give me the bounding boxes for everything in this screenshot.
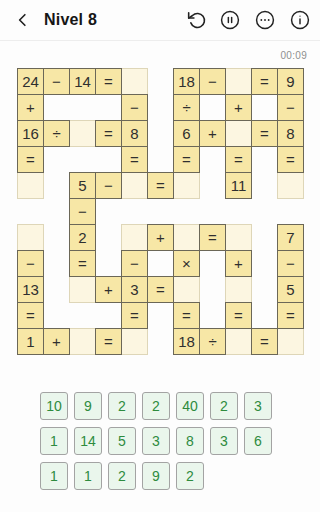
given-cell-r1c10: − — [277, 94, 304, 121]
timer: 00:09 — [280, 50, 307, 61]
number-tile-3-r2n4[interactable]: 3 — [142, 427, 170, 455]
given-cell-r7c10: − — [277, 250, 304, 277]
empty-slot-r0c8[interactable] — [225, 68, 252, 95]
given-cell-r7c6: × — [173, 250, 200, 277]
tray-row-3: 11292 — [40, 462, 280, 490]
given-cell-r3c4: = — [121, 146, 148, 173]
given-cell-r7c8: + — [225, 250, 252, 277]
given-cell-r3c8: = — [225, 146, 252, 173]
given-cell-r8c3: + — [95, 276, 122, 303]
given-cell-r6c5: + — [147, 224, 174, 251]
empty-slot-r10c8[interactable] — [225, 328, 252, 355]
given-cell-r2c3: = — [95, 120, 122, 147]
given-cell-r2c4: 8 — [121, 120, 148, 147]
given-cell-r10c9: = — [251, 328, 278, 355]
given-cell-r4c5: = — [147, 172, 174, 199]
empty-slot-r4c4[interactable] — [121, 172, 148, 199]
info-icon — [289, 9, 311, 31]
number-tile-40-r1n5[interactable]: 40 — [176, 392, 204, 420]
given-cell-r0c6: 18 — [173, 68, 200, 95]
restart-icon — [185, 10, 206, 31]
given-cell-r0c7: − — [199, 68, 226, 95]
empty-slot-r10c2[interactable] — [69, 328, 96, 355]
number-tile-3-r1n7[interactable]: 3 — [244, 392, 272, 420]
given-cell-r4c3: − — [95, 172, 122, 199]
given-cell-r2c6: 6 — [173, 120, 200, 147]
empty-slot-r6c6[interactable] — [173, 224, 200, 251]
empty-slot-r2c2[interactable] — [69, 120, 96, 147]
number-tile-2-r3n5[interactable]: 2 — [176, 462, 204, 490]
info-button[interactable] — [288, 8, 312, 32]
level-title: Nivel 8 — [44, 11, 97, 29]
tray-row-2: 11453836 — [40, 427, 280, 455]
tile-tray: 1092240231145383611292 — [40, 392, 280, 490]
empty-slot-r0c4[interactable] — [121, 68, 148, 95]
chevron-left-icon — [14, 11, 32, 29]
given-cell-r8c10: 5 — [277, 276, 304, 303]
number-tile-1-r2n1[interactable]: 1 — [40, 427, 68, 455]
puzzle-board: 24−14=18−=9+−÷+−16÷=86+=8=====5−=11−2+=7… — [18, 69, 304, 355]
given-cell-r9c6: = — [173, 302, 200, 329]
given-cell-r1c4: − — [121, 94, 148, 121]
top-bar: Nivel 8 — [0, 0, 320, 41]
given-cell-r10c3: = — [95, 328, 122, 355]
given-cell-r8c4: 3 — [121, 276, 148, 303]
given-cell-r2c7: + — [199, 120, 226, 147]
given-cell-r9c8: = — [225, 302, 252, 329]
number-tile-6-r2n7[interactable]: 6 — [244, 427, 272, 455]
empty-slot-r4c10[interactable] — [277, 172, 304, 199]
more-options-button[interactable] — [253, 8, 277, 32]
pause-icon — [219, 9, 241, 31]
empty-slot-r4c6[interactable] — [173, 172, 200, 199]
number-tile-1-r3n2[interactable]: 1 — [74, 462, 102, 490]
given-cell-r9c10: = — [277, 302, 304, 329]
number-tile-3-r2n6[interactable]: 3 — [210, 427, 238, 455]
restart-button[interactable] — [183, 8, 207, 32]
given-cell-r1c6: ÷ — [173, 94, 200, 121]
given-cell-r1c8: + — [225, 94, 252, 121]
given-cell-r7c2: = — [69, 250, 96, 277]
given-cell-r0c9: = — [251, 68, 278, 95]
given-cell-r3c6: = — [173, 146, 200, 173]
number-tile-8-r2n5[interactable]: 8 — [176, 427, 204, 455]
given-cell-r10c6: 18 — [173, 328, 200, 355]
tray-row-1: 109224023 — [40, 392, 280, 420]
pause-button[interactable] — [218, 8, 242, 32]
given-cell-r0c0: 24 — [17, 68, 44, 95]
number-tile-14-r2n2[interactable]: 14 — [74, 427, 102, 455]
given-cell-r1c0: + — [17, 94, 44, 121]
given-cell-r2c1: ÷ — [43, 120, 70, 147]
given-cell-r5c2: − — [69, 198, 96, 225]
given-cell-r2c0: 16 — [17, 120, 44, 147]
number-tile-1-r3n1[interactable]: 1 — [40, 462, 68, 490]
number-tile-10-r1n1[interactable]: 10 — [40, 392, 68, 420]
given-cell-r3c0: = — [17, 146, 44, 173]
given-cell-r2c10: 8 — [277, 120, 304, 147]
given-cell-r6c10: 7 — [277, 224, 304, 251]
given-cell-r4c8: 11 — [225, 172, 252, 199]
given-cell-r10c1: + — [43, 328, 70, 355]
number-tile-5-r2n3[interactable]: 5 — [108, 427, 136, 455]
more-options-icon — [254, 9, 276, 31]
number-tile-2-r1n6[interactable]: 2 — [210, 392, 238, 420]
number-tile-2-r1n3[interactable]: 2 — [108, 392, 136, 420]
empty-slot-r6c4[interactable] — [121, 224, 148, 251]
given-cell-r3c10: = — [277, 146, 304, 173]
empty-slot-r10c4[interactable] — [121, 328, 148, 355]
empty-slot-r6c0[interactable] — [17, 224, 44, 251]
given-cell-r9c4: = — [121, 302, 148, 329]
given-cell-r7c0: − — [17, 250, 44, 277]
given-cell-r7c4: − — [121, 250, 148, 277]
given-cell-r6c7: = — [199, 224, 226, 251]
given-cell-r8c5: = — [147, 276, 174, 303]
back-button[interactable] — [8, 5, 38, 35]
given-cell-r6c2: 2 — [69, 224, 96, 251]
number-tile-9-r1n2[interactable]: 9 — [74, 392, 102, 420]
number-tile-9-r3n4[interactable]: 9 — [142, 462, 170, 490]
given-cell-r0c2: 14 — [69, 68, 96, 95]
empty-slot-r10c10[interactable] — [277, 328, 304, 355]
given-cell-r10c7: ÷ — [199, 328, 226, 355]
empty-slot-r6c8[interactable] — [225, 224, 252, 251]
empty-slot-r4c0[interactable] — [17, 172, 44, 199]
given-cell-r9c0: = — [17, 302, 44, 329]
given-cell-r10c0: 1 — [17, 328, 44, 355]
given-cell-r0c3: = — [95, 68, 122, 95]
number-tile-2-r3n3[interactable]: 2 — [108, 462, 136, 490]
number-tile-2-r1n4[interactable]: 2 — [142, 392, 170, 420]
empty-slot-r8c6[interactable] — [173, 276, 200, 303]
given-cell-r8c0: 13 — [17, 276, 44, 303]
given-cell-r4c2: 5 — [69, 172, 96, 199]
given-cell-r0c10: 9 — [277, 68, 304, 95]
given-cell-r2c9: = — [251, 120, 278, 147]
empty-slot-r8c8[interactable] — [225, 276, 252, 303]
empty-slot-r2c8[interactable] — [225, 120, 252, 147]
given-cell-r0c1: − — [43, 68, 70, 95]
empty-slot-r8c2[interactable] — [69, 276, 96, 303]
